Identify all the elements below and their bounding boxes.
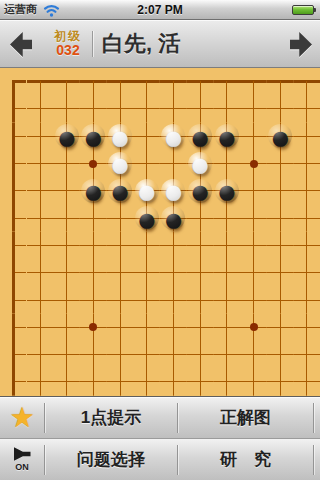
app-screen: 运营商 2:07 PM 初级 032 白先, 活 ●●●●●●●●●●●● — [0, 0, 320, 480]
intersection-e7[interactable] — [107, 232, 134, 259]
star-icon: ★ — [9, 404, 34, 432]
intersection-i8[interactable] — [214, 259, 241, 286]
intersection-g8[interactable] — [160, 259, 187, 286]
intersection-j7[interactable] — [240, 232, 267, 259]
intersection-l3[interactable] — [294, 123, 320, 150]
intersection-f1[interactable] — [133, 68, 160, 95]
intersection-j9[interactable] — [240, 286, 267, 313]
battery-icon — [292, 5, 314, 15]
intersection-j1[interactable] — [240, 68, 267, 95]
intersection-k7[interactable] — [267, 232, 294, 259]
intersection-c12[interactable] — [53, 368, 80, 395]
intersection-i1[interactable] — [214, 68, 241, 95]
answer-diagram-button[interactable]: 正解图 — [178, 406, 313, 429]
intersection-f3[interactable] — [133, 123, 160, 150]
intersection-k6[interactable] — [267, 204, 294, 231]
intersection-c9[interactable] — [53, 286, 80, 313]
intersection-i5[interactable]: ● — [214, 177, 241, 204]
status-time: 2:07 PM — [0, 3, 320, 17]
intersection-h12[interactable] — [187, 368, 214, 395]
intersection-e1[interactable] — [107, 68, 134, 95]
intersection-f10[interactable] — [133, 314, 160, 341]
intersection-g9[interactable] — [160, 286, 187, 313]
intersection-c1[interactable] — [53, 68, 80, 95]
hoshi-point — [250, 323, 258, 331]
study-button[interactable]: 研 究 — [178, 448, 313, 471]
black-stone: ● — [160, 205, 186, 231]
intersection-g11[interactable] — [160, 341, 187, 368]
intersection-k5[interactable] — [267, 177, 294, 204]
intersection-e11[interactable] — [107, 341, 134, 368]
intersection-c6[interactable] — [53, 204, 80, 231]
intersection-f12[interactable] — [133, 368, 160, 395]
intersection-j12[interactable] — [240, 368, 267, 395]
intersection-d3[interactable]: ● — [80, 123, 107, 150]
intersection-b10[interactable] — [27, 314, 54, 341]
hint-button[interactable]: 1点提示 — [45, 406, 177, 429]
intersection-l2[interactable] — [294, 95, 320, 122]
intersection-d10[interactable] — [80, 314, 107, 341]
intersection-c5[interactable] — [53, 177, 80, 204]
intersection-g6[interactable]: ● — [160, 204, 187, 231]
nav-divider — [92, 31, 93, 57]
intersection-g3[interactable]: ● — [160, 123, 187, 150]
intersection-l6[interactable] — [294, 204, 320, 231]
intersection-j8[interactable] — [240, 259, 267, 286]
intersection-h5[interactable]: ● — [187, 177, 214, 204]
problem-header: 初级 032 白先, 活 — [54, 20, 180, 67]
intersection-a12[interactable] — [0, 368, 27, 395]
intersection-i10[interactable] — [214, 314, 241, 341]
intersection-g10[interactable] — [160, 314, 187, 341]
intersection-e5[interactable]: ● — [107, 177, 134, 204]
board-grid: ●●●●●●●●●●●●●●●●● — [0, 68, 320, 396]
intersection-l1[interactable] — [294, 68, 320, 95]
problem-title: 白先, 活 — [102, 29, 180, 59]
intersection-f11[interactable] — [133, 341, 160, 368]
intersection-a6[interactable] — [0, 204, 27, 231]
intersection-a10[interactable] — [0, 314, 27, 341]
level-block: 初级 032 — [54, 30, 82, 57]
intersection-g1[interactable] — [160, 68, 187, 95]
black-stone: ● — [214, 123, 240, 149]
intersection-e8[interactable] — [107, 259, 134, 286]
intersection-l11[interactable] — [294, 341, 320, 368]
intersection-k11[interactable] — [267, 341, 294, 368]
intersection-d9[interactable] — [80, 286, 107, 313]
intersection-l12[interactable] — [294, 368, 320, 395]
intersection-j4[interactable] — [240, 150, 267, 177]
intersection-l10[interactable] — [294, 314, 320, 341]
black-stone: ● — [54, 123, 80, 149]
intersection-a8[interactable] — [0, 259, 27, 286]
intersection-b6[interactable] — [27, 204, 54, 231]
intersection-j10[interactable] — [240, 314, 267, 341]
intersection-k8[interactable] — [267, 259, 294, 286]
black-stone: ● — [267, 123, 293, 149]
intersection-a7[interactable] — [0, 232, 27, 259]
black-stone: ● — [134, 205, 160, 231]
intersection-k3[interactable]: ● — [267, 123, 294, 150]
arrow-left-icon — [10, 32, 32, 57]
intersection-h7[interactable] — [187, 232, 214, 259]
status-bar: 运营商 2:07 PM — [0, 0, 320, 20]
intersection-i7[interactable] — [214, 232, 241, 259]
intersection-f8[interactable] — [133, 259, 160, 286]
intersection-c10[interactable] — [53, 314, 80, 341]
intersection-l7[interactable] — [294, 232, 320, 259]
black-stone: ● — [80, 178, 106, 204]
intersection-a2[interactable] — [0, 95, 27, 122]
intersection-a4[interactable] — [0, 150, 27, 177]
intersection-i11[interactable] — [214, 341, 241, 368]
hoshi-point — [89, 160, 97, 168]
intersection-k12[interactable] — [267, 368, 294, 395]
intersection-d5[interactable]: ● — [80, 177, 107, 204]
intersection-c11[interactable] — [53, 341, 80, 368]
intersection-a5[interactable] — [0, 177, 27, 204]
intersection-i12[interactable] — [214, 368, 241, 395]
toolbar-divider — [313, 403, 314, 433]
intersection-c7[interactable] — [53, 232, 80, 259]
intersection-h10[interactable] — [187, 314, 214, 341]
intersection-a9[interactable] — [0, 286, 27, 313]
intersection-j3[interactable] — [240, 123, 267, 150]
toolbar-divider — [313, 445, 314, 475]
black-stone: ● — [107, 178, 133, 204]
intersection-b3[interactable] — [27, 123, 54, 150]
intersection-i3[interactable]: ● — [214, 123, 241, 150]
intersection-c3[interactable]: ● — [53, 123, 80, 150]
problem-number: 032 — [56, 43, 79, 58]
intersection-b12[interactable] — [27, 368, 54, 395]
intersection-h8[interactable] — [187, 259, 214, 286]
intersection-k1[interactable] — [267, 68, 294, 95]
intersection-h9[interactable] — [187, 286, 214, 313]
hoshi-point — [89, 323, 97, 331]
black-stone: ● — [187, 178, 213, 204]
intersection-g12[interactable] — [160, 368, 187, 395]
intersection-a3[interactable] — [0, 123, 27, 150]
intersection-d1[interactable] — [80, 68, 107, 95]
toolbar-row-1: ★ 1点提示 正解图 — [0, 396, 320, 438]
intersection-h1[interactable] — [187, 68, 214, 95]
toolbar-row-2: ON 问题选择 研 究 — [0, 438, 320, 480]
intersection-b7[interactable] — [27, 232, 54, 259]
go-board[interactable]: ●●●●●●●●●●●●●●●●● — [0, 68, 320, 396]
intersection-b8[interactable] — [27, 259, 54, 286]
prev-problem-button[interactable] — [8, 32, 34, 58]
intersection-d12[interactable] — [80, 368, 107, 395]
intersection-l5[interactable] — [294, 177, 320, 204]
intersection-j5[interactable] — [240, 177, 267, 204]
toolbar: ★ 1点提示 正解图 ON 问题选择 研 究 — [0, 396, 320, 480]
intersection-j2[interactable] — [240, 95, 267, 122]
intersection-e10[interactable] — [107, 314, 134, 341]
intersection-b2[interactable] — [27, 95, 54, 122]
intersection-e9[interactable] — [107, 286, 134, 313]
favorite-button[interactable]: ★ — [0, 404, 44, 432]
intersection-b5[interactable] — [27, 177, 54, 204]
intersection-b1[interactable] — [27, 68, 54, 95]
intersection-f9[interactable] — [133, 286, 160, 313]
intersection-a11[interactable] — [0, 341, 27, 368]
intersection-l9[interactable] — [294, 286, 320, 313]
intersection-b9[interactable] — [27, 286, 54, 313]
sound-toggle-button[interactable]: ON — [0, 447, 44, 472]
intersection-f2[interactable] — [133, 95, 160, 122]
intersection-b11[interactable] — [27, 341, 54, 368]
intersection-l8[interactable] — [294, 259, 320, 286]
intersection-k9[interactable] — [267, 286, 294, 313]
next-problem-button[interactable] — [288, 32, 314, 58]
speaker-icon — [14, 447, 31, 461]
intersection-l4[interactable] — [294, 150, 320, 177]
intersection-h11[interactable] — [187, 341, 214, 368]
intersection-c8[interactable] — [53, 259, 80, 286]
intersection-a1[interactable] — [0, 68, 27, 95]
intersection-d11[interactable] — [80, 341, 107, 368]
intersection-f6[interactable]: ● — [133, 204, 160, 231]
black-stone: ● — [80, 123, 106, 149]
intersection-b4[interactable] — [27, 150, 54, 177]
intersection-i9[interactable] — [214, 286, 241, 313]
white-stone: ● — [160, 123, 186, 149]
problem-select-button[interactable]: 问题选择 — [45, 448, 177, 471]
sound-on-label: ON — [15, 462, 29, 472]
intersection-j6[interactable] — [240, 204, 267, 231]
hoshi-point — [250, 160, 258, 168]
intersection-d7[interactable] — [80, 232, 107, 259]
intersection-e12[interactable] — [107, 368, 134, 395]
black-stone: ● — [214, 178, 240, 204]
intersection-d8[interactable] — [80, 259, 107, 286]
intersection-j11[interactable] — [240, 341, 267, 368]
nav-bar: 初级 032 白先, 活 — [0, 20, 320, 68]
arrow-right-icon — [290, 32, 312, 57]
intersection-k10[interactable] — [267, 314, 294, 341]
